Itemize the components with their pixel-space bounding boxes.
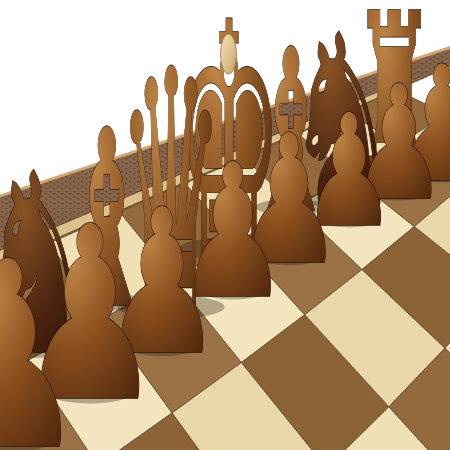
chess-board-photo: ♜♞♝♚♛♝♞♟♟♟♟♟♟♟♟ xyxy=(0,0,450,450)
chess-set-photo: ♜♞♝♚♛♝♞♟♟♟♟♟♟♟♟ xyxy=(0,0,450,450)
piece-a7-pawn: ♟ xyxy=(0,206,87,450)
